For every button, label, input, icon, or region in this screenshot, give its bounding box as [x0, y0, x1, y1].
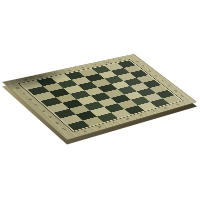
- coordinate-mark: 1: [62, 128, 67, 131]
- chess-board: abcdefgh abcdefgh 87654321 87654321: [2, 54, 197, 140]
- coordinate-mark: 6: [28, 98, 33, 100]
- coordinate-mark: 7: [21, 93, 26, 95]
- coordinate-mark: 3: [167, 85, 171, 87]
- board-border: abcdefgh abcdefgh 87654321 87654321: [4, 55, 195, 139]
- coordinate-mark: 6: [148, 70, 152, 72]
- coordinate-mark: c: [112, 122, 117, 124]
- coordinate-mark: 2: [55, 122, 60, 125]
- coordinate-mark: d: [125, 118, 130, 121]
- coordinate-mark: 3: [48, 116, 53, 119]
- squares-grid: [21, 60, 181, 130]
- coordinate-mark: 4: [41, 110, 46, 113]
- coordinate-mark: 5: [154, 75, 158, 77]
- coordinate-mark: 5: [34, 104, 39, 107]
- coordinate-mark: b: [97, 126, 102, 129]
- coordinate-mark: g: [163, 107, 168, 109]
- product-photo: abcdefgh abcdefgh 87654321 87654321: [0, 0, 200, 200]
- coordinate-mark: 2: [174, 90, 178, 92]
- coordinate-mark: 4: [161, 80, 165, 82]
- coordinate-mark: 8: [15, 87, 20, 89]
- coordinate-mark: f: [152, 110, 155, 112]
- coordinate-mark: h: [176, 103, 180, 105]
- coordinate-mark: a: [82, 130, 87, 133]
- coordinate-mark: 8: [135, 61, 139, 63]
- coordinate-mark: 1: [180, 95, 184, 97]
- coordinate-mark: 7: [141, 65, 145, 67]
- coordinate-mark: e: [139, 114, 144, 116]
